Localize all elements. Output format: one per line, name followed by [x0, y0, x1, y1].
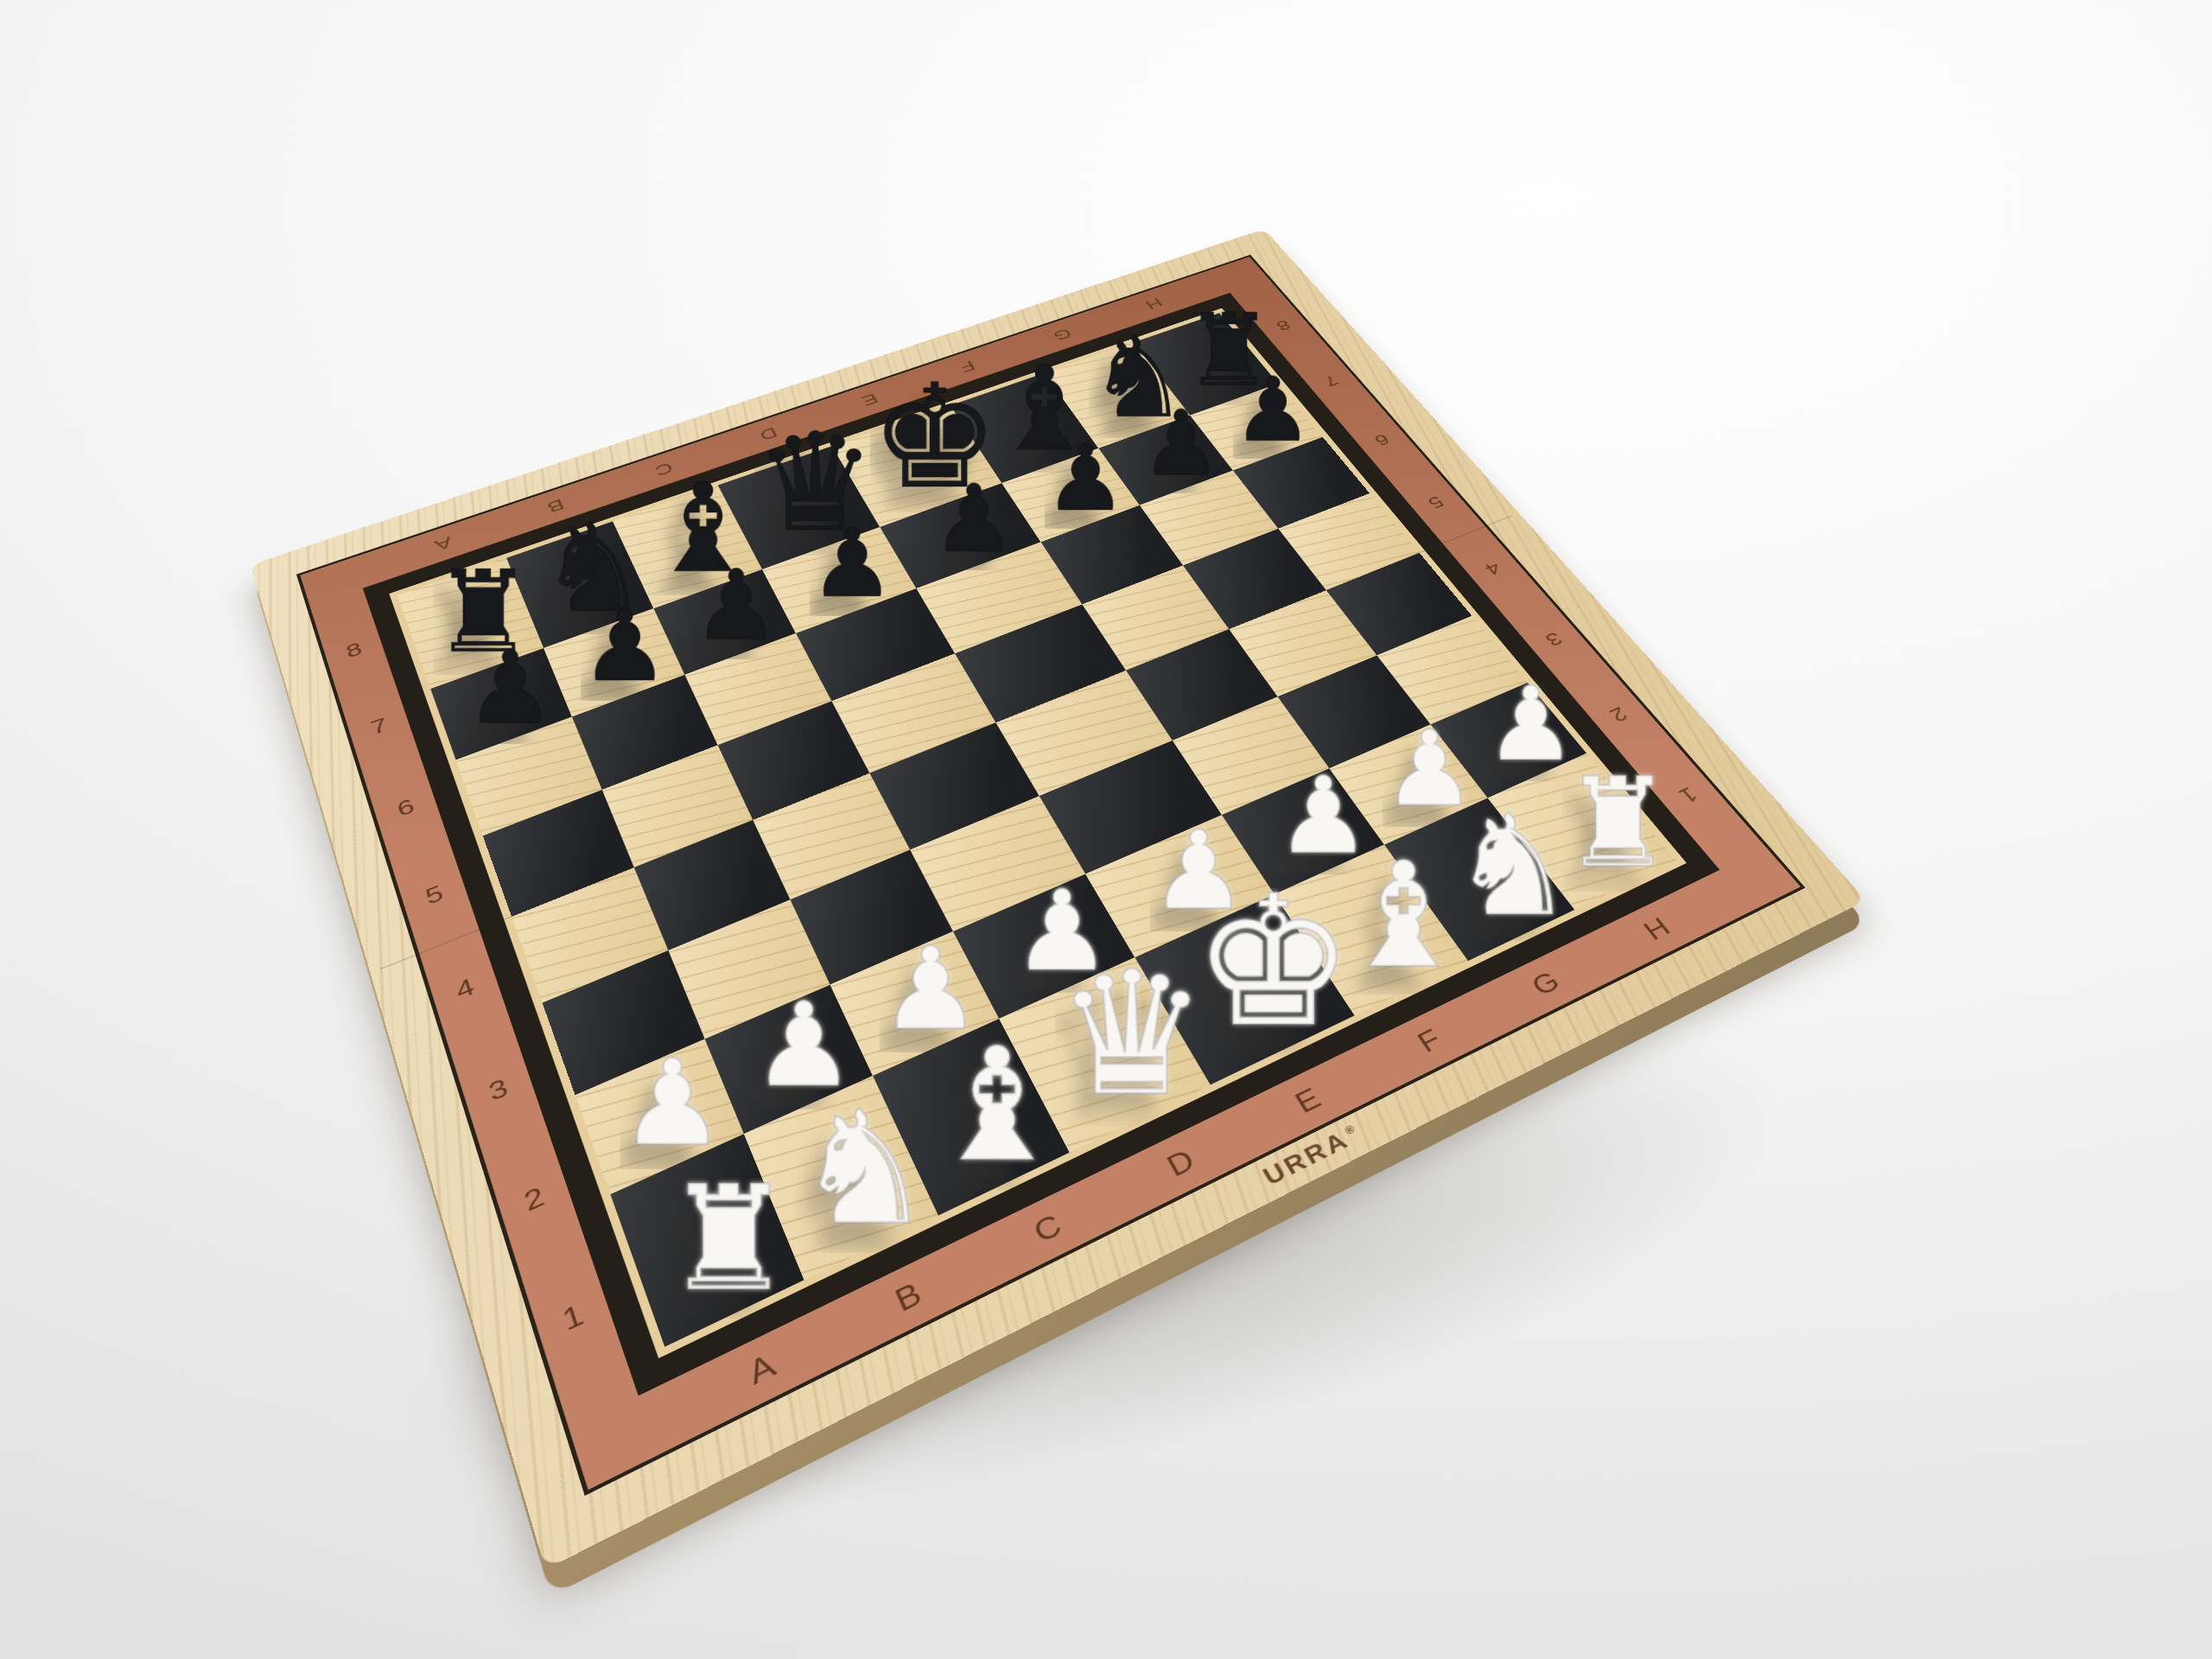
white-bishop[interactable]: ♝ [927, 1031, 1068, 1179]
chess-board: ABCDEFGH ABCDEFGH 87654321 87654321 URRA… [251, 229, 1866, 1569]
black-pawn[interactable]: ♟ [1045, 435, 1127, 522]
white-king[interactable]: ♚ [1192, 876, 1354, 1048]
white-knight[interactable]: ♞ [1451, 800, 1575, 932]
black-pawn[interactable]: ♟ [1233, 368, 1313, 452]
white-rook[interactable]: ♜ [664, 1171, 793, 1308]
black-pawn[interactable]: ♟ [580, 599, 669, 693]
black-pawn[interactable]: ♟ [932, 474, 1016, 563]
black-pawn[interactable]: ♟ [465, 639, 556, 735]
black-pawn[interactable]: ♟ [809, 518, 894, 608]
board-face: ABCDEFGH ABCDEFGH 87654321 87654321 URRA… [251, 229, 1866, 1569]
white-pawn[interactable]: ♟ [620, 1046, 726, 1160]
black-pawn[interactable]: ♟ [693, 559, 780, 652]
black-pawn[interactable]: ♟ [1141, 400, 1221, 486]
scene: ABCDEFGH ABCDEFGH 87654321 87654321 URRA… [0, 0, 2212, 1659]
white-rook[interactable]: ♜ [1562, 766, 1673, 883]
square-c5[interactable] [718, 701, 870, 820]
white-knight[interactable]: ♞ [795, 1095, 935, 1243]
white-queen[interactable]: ♛ [1055, 953, 1209, 1116]
white-bishop[interactable]: ♝ [1338, 847, 1468, 985]
